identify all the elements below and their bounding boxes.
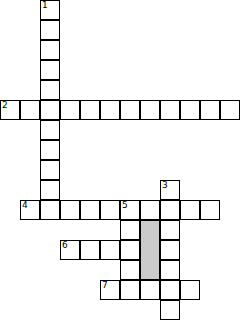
answer-cell[interactable]	[160, 280, 180, 300]
clue-number: 6	[62, 241, 68, 250]
answer-cell[interactable]	[40, 200, 60, 220]
answer-cell[interactable]	[40, 140, 60, 160]
answer-cell[interactable]: 7	[100, 280, 120, 300]
clue-number: 7	[102, 281, 108, 290]
clue-number: 3	[162, 181, 168, 190]
answer-cell[interactable]	[200, 200, 220, 220]
answer-cell[interactable]	[140, 280, 160, 300]
answer-cell[interactable]	[100, 240, 120, 260]
answer-cell[interactable]: 3	[160, 180, 180, 200]
answer-cell[interactable]	[20, 100, 40, 120]
clue-number: 1	[42, 1, 48, 10]
answer-cell[interactable]	[120, 260, 140, 280]
answer-cell[interactable]: 6	[60, 240, 80, 260]
answer-cell[interactable]	[40, 20, 60, 40]
answer-cell[interactable]: 4	[20, 200, 40, 220]
answer-cell[interactable]: 2	[0, 100, 20, 120]
crossword-grid: 1234567	[0, 0, 240, 320]
answer-cell[interactable]	[40, 40, 60, 60]
answer-cell[interactable]	[120, 240, 140, 260]
answer-cell[interactable]	[80, 240, 100, 260]
answer-cell[interactable]	[40, 160, 60, 180]
crossword-page: 1234567	[0, 0, 241, 321]
answer-cell[interactable]	[160, 220, 180, 240]
clue-number: 5	[122, 201, 128, 210]
answer-cell[interactable]	[80, 200, 100, 220]
answer-cell[interactable]	[220, 100, 240, 120]
answer-cell[interactable]	[40, 180, 60, 200]
answer-cell[interactable]: 1	[40, 0, 60, 20]
answer-cell[interactable]	[120, 100, 140, 120]
answer-cell[interactable]	[40, 80, 60, 100]
clue-number: 2	[2, 101, 8, 110]
answer-cell[interactable]	[160, 240, 180, 260]
answer-cell[interactable]	[40, 60, 60, 80]
answer-cell[interactable]	[160, 100, 180, 120]
answer-cell[interactable]	[140, 100, 160, 120]
answer-cell[interactable]	[180, 200, 200, 220]
answer-cell[interactable]	[60, 200, 80, 220]
answer-cell[interactable]	[180, 100, 200, 120]
answer-cell[interactable]	[160, 260, 180, 280]
answer-cell[interactable]	[160, 300, 180, 320]
highlighted-solution-cells[interactable]	[140, 220, 160, 280]
answer-cell[interactable]	[120, 280, 140, 300]
answer-cell[interactable]	[120, 220, 140, 240]
answer-cell[interactable]	[60, 100, 80, 120]
answer-cell[interactable]: 5	[120, 200, 140, 220]
answer-cell[interactable]	[100, 100, 120, 120]
answer-cell[interactable]	[160, 200, 180, 220]
answer-cell[interactable]	[200, 100, 220, 120]
answer-cell[interactable]	[180, 280, 200, 300]
answer-cell[interactable]	[140, 200, 160, 220]
answer-cell[interactable]	[40, 120, 60, 140]
answer-cell[interactable]	[80, 100, 100, 120]
answer-cell[interactable]	[40, 100, 60, 120]
answer-cell[interactable]	[100, 200, 120, 220]
clue-number: 4	[22, 201, 28, 210]
